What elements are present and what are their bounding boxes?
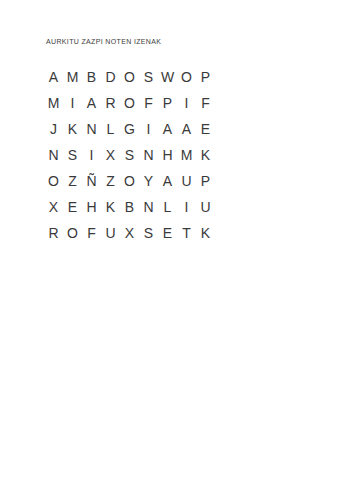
grid-cell: N [139, 194, 158, 220]
grid-cell: B [82, 64, 101, 90]
grid-cell: S [139, 220, 158, 246]
grid-cell: L [101, 116, 120, 142]
grid-cell: S [120, 142, 139, 168]
grid-cell: Z [63, 168, 82, 194]
grid-cell: P [158, 90, 177, 116]
grid-cell: Ñ [82, 168, 101, 194]
grid-cell: I [82, 142, 101, 168]
grid-cell: N [44, 142, 63, 168]
grid-cell: T [177, 220, 196, 246]
grid-cell: O [120, 64, 139, 90]
grid-cell: M [44, 90, 63, 116]
grid-cell: X [120, 220, 139, 246]
grid-cell: O [44, 168, 63, 194]
grid-cell: S [63, 142, 82, 168]
grid-cell: F [82, 220, 101, 246]
grid-cell: A [44, 64, 63, 90]
grid-cell: K [196, 142, 215, 168]
puzzle-title: AURKITU ZAZPI NOTEN IZENAK [46, 38, 161, 46]
grid-cell: O [63, 220, 82, 246]
grid-cell: Z [101, 168, 120, 194]
grid-cell: O [177, 64, 196, 90]
grid-cell: O [120, 168, 139, 194]
grid-cell: B [120, 194, 139, 220]
grid-cell: Y [139, 168, 158, 194]
grid-cell: P [196, 168, 215, 194]
grid-cell: G [120, 116, 139, 142]
grid-cell: F [139, 90, 158, 116]
grid-cell: U [196, 194, 215, 220]
grid-cell: F [196, 90, 215, 116]
grid-cell: E [196, 116, 215, 142]
worksheet-page: AURKITU ZAZPI NOTEN IZENAK AMBDOSWOPMIAR… [0, 0, 340, 480]
grid-cell: I [177, 194, 196, 220]
grid-cell: A [158, 168, 177, 194]
grid-cell: D [101, 64, 120, 90]
grid-cell: X [101, 142, 120, 168]
grid-cell: K [196, 220, 215, 246]
grid-cell: U [101, 220, 120, 246]
grid-cell: P [196, 64, 215, 90]
grid-cell: W [158, 64, 177, 90]
grid-cell: H [158, 142, 177, 168]
grid-cell: N [139, 142, 158, 168]
grid-cell: N [82, 116, 101, 142]
grid-cell: S [139, 64, 158, 90]
grid-cell: A [177, 116, 196, 142]
grid-cell: R [101, 90, 120, 116]
grid-cell: H [82, 194, 101, 220]
grid-cell: E [63, 194, 82, 220]
grid-cell: I [177, 90, 196, 116]
grid-cell: U [177, 168, 196, 194]
grid-cell: A [82, 90, 101, 116]
word-grid: AMBDOSWOPMIAROFPIFJKNLGIAAENSIXSNHMKOZÑZ… [44, 64, 215, 246]
grid-cell: L [158, 194, 177, 220]
grid-cell: K [101, 194, 120, 220]
grid-cell: O [120, 90, 139, 116]
grid-cell: K [63, 116, 82, 142]
grid-cell: E [158, 220, 177, 246]
grid-cell: I [63, 90, 82, 116]
grid-cell: I [139, 116, 158, 142]
grid-cell: M [177, 142, 196, 168]
grid-cell: R [44, 220, 63, 246]
grid-cell: M [63, 64, 82, 90]
grid-cell: X [44, 194, 63, 220]
grid-cell: J [44, 116, 63, 142]
grid-cell: A [158, 116, 177, 142]
